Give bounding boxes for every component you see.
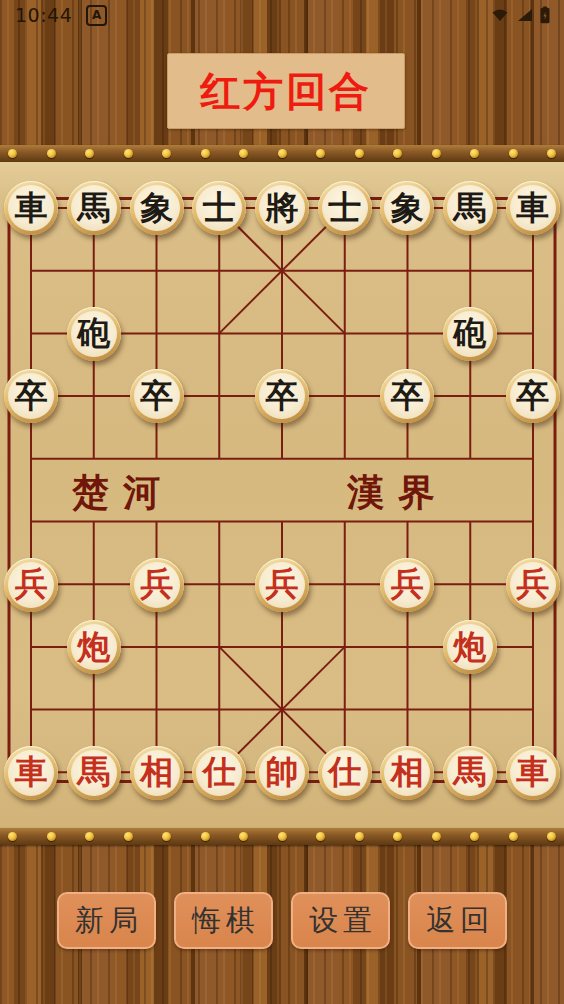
board-frame-bottom: [0, 828, 564, 845]
piece-character: 象: [140, 191, 173, 224]
piece-face: 砲: [447, 311, 493, 357]
piece-character: 相: [140, 755, 173, 788]
piece-face: 象: [134, 185, 180, 231]
stud-rivet: [85, 832, 94, 841]
status-bar: 10:44 A: [0, 0, 564, 30]
piece-character: 車: [15, 755, 48, 788]
settings-button[interactable]: 设置: [291, 892, 390, 949]
piece-black-soldier[interactable]: 卒: [506, 369, 560, 423]
piece-black-soldier[interactable]: 卒: [4, 369, 58, 423]
stud-rivet: [239, 149, 248, 158]
piece-character: 仕: [203, 755, 236, 788]
piece-character: 卒: [516, 379, 549, 412]
piece-face: 相: [134, 750, 180, 796]
piece-face: 兵: [384, 562, 430, 608]
stud-rivet: [432, 149, 441, 158]
piece-character: 砲: [453, 316, 486, 349]
piece-character: 卒: [265, 379, 298, 412]
piece-face: 馬: [71, 185, 117, 231]
piece-character: 卒: [15, 379, 48, 412]
piece-face: 車: [510, 185, 556, 231]
piece-face: 車: [8, 185, 54, 231]
wifi-icon: [491, 7, 509, 23]
turn-banner-text: 红方回合: [200, 64, 372, 119]
piece-character: 兵: [140, 567, 173, 600]
piece-character: 卒: [140, 379, 173, 412]
piece-character: 卒: [391, 379, 424, 412]
piece-black-elephant[interactable]: 象: [130, 181, 184, 235]
piece-face: 兵: [8, 562, 54, 608]
piece-character: 車: [516, 191, 549, 224]
piece-character: 馬: [453, 755, 486, 788]
piece-character: 馬: [453, 191, 486, 224]
stud-rivet: [47, 832, 56, 841]
piece-face: 仕: [196, 750, 242, 796]
piece-character: 象: [391, 191, 424, 224]
piece-character: 炮: [453, 630, 486, 663]
piece-face: 相: [384, 750, 430, 796]
piece-face: 車: [8, 750, 54, 796]
piece-character: 車: [15, 191, 48, 224]
stud-rivet: [162, 832, 171, 841]
piece-black-chariot[interactable]: 車: [4, 181, 58, 235]
piece-face: 炮: [447, 624, 493, 670]
piece-face: 馬: [447, 185, 493, 231]
stud-rivet: [393, 832, 402, 841]
board-frame-top: [0, 145, 564, 162]
stud-rivet: [201, 149, 210, 158]
piece-black-cannon[interactable]: 砲: [443, 307, 497, 361]
piece-red-soldier[interactable]: 兵: [255, 558, 309, 612]
piece-red-horse[interactable]: 馬: [67, 746, 121, 800]
piece-black-soldier[interactable]: 卒: [130, 369, 184, 423]
input-locale-icon: A: [86, 5, 107, 26]
stud-rivet: [239, 832, 248, 841]
stud-rivet: [355, 832, 364, 841]
piece-red-advisor[interactable]: 仕: [192, 746, 246, 800]
piece-red-soldier[interactable]: 兵: [506, 558, 560, 612]
piece-face: 馬: [447, 750, 493, 796]
stud-rivet: [278, 149, 287, 158]
piece-black-elephant[interactable]: 象: [380, 181, 434, 235]
piece-face: 將: [259, 185, 305, 231]
undo-move-button[interactable]: 悔棋: [174, 892, 273, 949]
piece-character: 士: [203, 191, 236, 224]
stud-rivet: [278, 832, 287, 841]
toolbar: 新局 悔棋 设置 返回: [0, 892, 564, 949]
piece-character: 仕: [328, 755, 361, 788]
piece-black-cannon[interactable]: 砲: [67, 307, 121, 361]
piece-face: 砲: [71, 311, 117, 357]
stud-rivet: [162, 149, 171, 158]
piece-black-horse[interactable]: 馬: [67, 181, 121, 235]
back-button[interactable]: 返回: [408, 892, 507, 949]
piece-red-soldier[interactable]: 兵: [130, 558, 184, 612]
piece-face: 兵: [510, 562, 556, 608]
stud-rivet: [316, 832, 325, 841]
piece-red-chariot[interactable]: 車: [506, 746, 560, 800]
piece-face: 士: [322, 185, 368, 231]
piece-black-general[interactable]: 將: [255, 181, 309, 235]
new-game-button[interactable]: 新局: [57, 892, 156, 949]
piece-face: 卒: [384, 373, 430, 419]
piece-red-chariot[interactable]: 車: [4, 746, 58, 800]
piece-character: 馬: [77, 191, 110, 224]
piece-character: 兵: [516, 567, 549, 600]
stud-rivet: [470, 149, 479, 158]
piece-face: 兵: [259, 562, 305, 608]
piece-character: 砲: [77, 316, 110, 349]
clock: 10:44: [15, 4, 72, 26]
piece-face: 車: [510, 750, 556, 796]
stud-rivet: [124, 832, 133, 841]
piece-face: 仕: [322, 750, 368, 796]
piece-face: 士: [196, 185, 242, 231]
piece-black-soldier[interactable]: 卒: [255, 369, 309, 423]
stud-rivet: [201, 832, 210, 841]
piece-face: 象: [384, 185, 430, 231]
stud-rivet: [47, 149, 56, 158]
piece-character: 帥: [265, 755, 298, 788]
piece-black-horse[interactable]: 馬: [443, 181, 497, 235]
piece-black-advisor[interactable]: 士: [192, 181, 246, 235]
xiangqi-board-panel: 楚河 漢界 車馬象士將士象馬車砲砲卒卒卒卒卒兵兵兵兵兵炮炮車馬相仕帥仕相馬車: [0, 145, 564, 845]
piece-black-chariot[interactable]: 車: [506, 181, 560, 235]
piece-face: 卒: [510, 373, 556, 419]
piece-character: 兵: [15, 567, 48, 600]
piece-character: 炮: [77, 630, 110, 663]
stud-rivet: [509, 149, 518, 158]
piece-character: 兵: [265, 567, 298, 600]
piece-red-soldier[interactable]: 兵: [4, 558, 58, 612]
piece-red-soldier[interactable]: 兵: [380, 558, 434, 612]
piece-character: 馬: [77, 755, 110, 788]
piece-red-elephant[interactable]: 相: [130, 746, 184, 800]
piece-layer: 車馬象士將士象馬車砲砲卒卒卒卒卒兵兵兵兵兵炮炮車馬相仕帥仕相馬車: [0, 177, 564, 804]
stud-rivet: [8, 832, 17, 841]
piece-character: 將: [265, 191, 298, 224]
piece-character: 相: [391, 755, 424, 788]
piece-red-elephant[interactable]: 相: [380, 746, 434, 800]
piece-red-horse[interactable]: 馬: [443, 746, 497, 800]
piece-face: 兵: [134, 562, 180, 608]
piece-character: 車: [516, 755, 549, 788]
battery-icon: [540, 6, 550, 24]
piece-red-advisor[interactable]: 仕: [318, 746, 372, 800]
piece-red-general[interactable]: 帥: [255, 746, 309, 800]
piece-character: 兵: [391, 567, 424, 600]
turn-banner: 红方回合: [167, 53, 405, 129]
cellular-signal-icon: [516, 7, 533, 23]
piece-character: 士: [328, 191, 361, 224]
stud-rivet: [509, 832, 518, 841]
piece-face: 馬: [71, 750, 117, 796]
stud-rivet: [432, 832, 441, 841]
piece-black-soldier[interactable]: 卒: [380, 369, 434, 423]
piece-red-cannon[interactable]: 炮: [67, 620, 121, 674]
stud-rivet: [8, 149, 17, 158]
piece-face: 卒: [259, 373, 305, 419]
stud-rivet: [124, 149, 133, 158]
piece-face: 卒: [134, 373, 180, 419]
stud-rivet: [316, 149, 325, 158]
piece-black-advisor[interactable]: 士: [318, 181, 372, 235]
piece-red-cannon[interactable]: 炮: [443, 620, 497, 674]
stud-rivet: [393, 149, 402, 158]
stud-rivet: [547, 149, 556, 158]
stud-rivet: [470, 832, 479, 841]
piece-face: 帥: [259, 750, 305, 796]
stud-rivet: [547, 832, 556, 841]
piece-face: 炮: [71, 624, 117, 670]
piece-face: 卒: [8, 373, 54, 419]
stud-rivet: [355, 149, 364, 158]
stud-rivet: [85, 149, 94, 158]
xiangqi-board[interactable]: 楚河 漢界 車馬象士將士象馬車砲砲卒卒卒卒卒兵兵兵兵兵炮炮車馬相仕帥仕相馬車: [0, 162, 564, 828]
